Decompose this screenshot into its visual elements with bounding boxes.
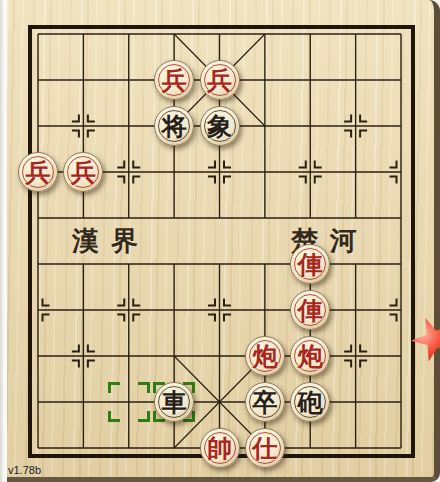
piece-glyph: 炮: [298, 344, 323, 369]
piece-red-soldier[interactable]: 兵: [200, 60, 240, 100]
piece-glyph: 帥: [207, 436, 232, 461]
piece-red-soldier[interactable]: 兵: [18, 152, 58, 192]
piece-black-chariot[interactable]: 車: [154, 382, 194, 422]
piece-glyph: 車: [162, 390, 187, 415]
piece-glyph: 卒: [252, 390, 277, 415]
piece-glyph: 俥: [298, 298, 323, 323]
app-window: 漢界 楚河 兵兵将象兵兵俥俥炮炮車卒砲帥仕 v1.78b: [0, 0, 440, 482]
piece-glyph: 兵: [71, 160, 96, 185]
piece-glyph: 仕: [252, 436, 277, 461]
piece-red-chariot[interactable]: 俥: [290, 244, 330, 284]
piece-glyph: 炮: [252, 344, 277, 369]
piece-red-advisor[interactable]: 仕: [245, 428, 285, 468]
xiangqi-board[interactable]: 漢界 楚河 兵兵将象兵兵俥俥炮炮車卒砲帥仕: [38, 34, 401, 448]
piece-black-elephant[interactable]: 象: [200, 106, 240, 146]
version-label: v1.78b: [8, 464, 41, 476]
piece-red-cannon[interactable]: 炮: [245, 336, 285, 376]
piece-glyph: 兵: [26, 160, 51, 185]
piece-glyph: 俥: [298, 252, 323, 277]
piece-red-soldier[interactable]: 兵: [154, 60, 194, 100]
piece-glyph: 将: [162, 114, 187, 139]
piece-glyph: 兵: [207, 68, 232, 93]
piece-black-cannon[interactable]: 砲: [290, 382, 330, 422]
piece-black-general[interactable]: 将: [154, 106, 194, 146]
piece-glyph: 象: [207, 114, 232, 139]
piece-red-cannon[interactable]: 炮: [290, 336, 330, 376]
river-label-left: 漢界: [72, 226, 150, 256]
piece-glyph: 砲: [298, 390, 323, 415]
piece-black-soldier[interactable]: 卒: [245, 382, 285, 422]
piece-red-chariot[interactable]: 俥: [290, 290, 330, 330]
piece-glyph: 兵: [162, 68, 187, 93]
piece-red-general[interactable]: 帥: [200, 428, 240, 468]
move-from-marker: [108, 382, 150, 422]
window-left-edge: [0, 0, 7, 482]
